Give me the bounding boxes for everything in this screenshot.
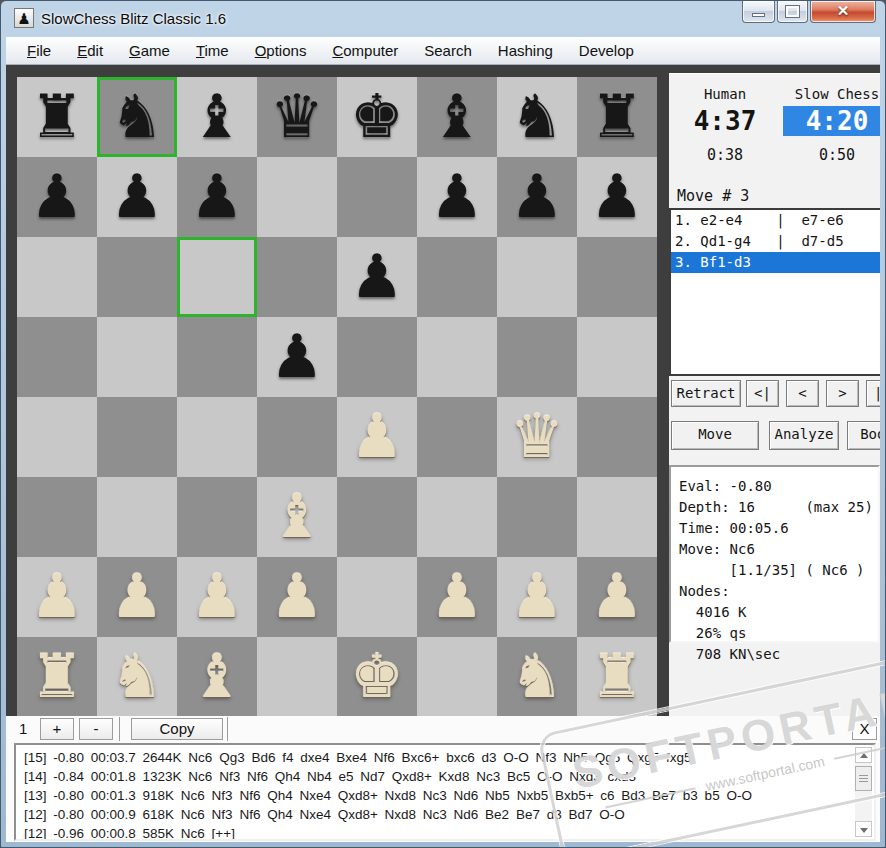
black-pawn[interactable]: ♟ xyxy=(497,157,577,235)
square-a8[interactable]: ♜ xyxy=(17,77,97,157)
square-c8[interactable]: ♝ xyxy=(177,77,257,157)
retract-button[interactable]: Retract xyxy=(671,380,741,407)
square-f6[interactable] xyxy=(417,237,497,317)
analysis-toolbar: 1 + - Copy X xyxy=(6,716,880,742)
square-a4[interactable] xyxy=(17,397,97,477)
square-a1[interactable]: ♜ xyxy=(17,637,97,717)
square-g8[interactable]: ♞ xyxy=(497,77,577,157)
square-e4[interactable]: ♟ xyxy=(337,397,417,477)
square-g2[interactable]: ♟ xyxy=(497,557,577,637)
square-g4[interactable]: ♛ xyxy=(497,397,577,477)
next-move-button[interactable]: > xyxy=(826,380,859,407)
square-f7[interactable]: ♟ xyxy=(417,157,497,237)
square-h5[interactable] xyxy=(577,317,657,397)
square-e1[interactable]: ♚ xyxy=(337,637,417,717)
analysis-close-button[interactable]: X xyxy=(852,718,877,740)
square-a3[interactable] xyxy=(17,477,97,557)
app-icon: ♟ xyxy=(14,8,34,28)
white-queen[interactable]: ♛ xyxy=(497,397,577,475)
analysis-output[interactable]: [15] -0.80 00:03.7 2644K Nc6 Qg3 Bd6 f4 … xyxy=(14,743,876,841)
black-king[interactable]: ♚ xyxy=(337,77,417,155)
square-c7[interactable]: ♟ xyxy=(177,157,257,237)
square-b1[interactable]: ♞ xyxy=(97,637,177,717)
engine-clock-time: 4:20 xyxy=(783,106,880,136)
menu-computer[interactable]: Computer xyxy=(319,37,411,65)
move-row[interactable]: 3. Bf1-d3 xyxy=(671,252,880,273)
analysis-line: [12] -0.96 00:00.8 585K Nc6 [++] xyxy=(16,824,874,841)
black-pawn[interactable]: ♟ xyxy=(337,237,417,315)
white-knight[interactable]: ♞ xyxy=(97,637,177,715)
black-bishop[interactable]: ♝ xyxy=(177,77,257,155)
menu-edit[interactable]: Edit xyxy=(64,37,116,65)
square-e7[interactable] xyxy=(337,157,417,237)
analysis-lines: [15] -0.80 00:03.7 2644K Nc6 Qg3 Bd6 f4 … xyxy=(16,745,874,841)
move-row[interactable]: 2. Qd1-g4 | d7-d5 xyxy=(671,231,880,252)
eval-panel: Eval: -0.80Depth: 16 (max 25)Time: 00:05… xyxy=(669,465,880,643)
square-h4[interactable] xyxy=(577,397,657,477)
square-c1[interactable]: ♝ xyxy=(177,637,257,717)
square-b4[interactable] xyxy=(97,397,177,477)
square-c6[interactable] xyxy=(177,237,257,317)
white-king[interactable]: ♚ xyxy=(337,637,417,715)
menu-options[interactable]: Options xyxy=(242,37,320,65)
eval-line: Time: 00:05.6 xyxy=(679,518,878,539)
square-e5[interactable] xyxy=(337,317,417,397)
white-pawn[interactable]: ♟ xyxy=(577,557,657,635)
copy-button[interactable]: Copy xyxy=(131,718,223,740)
square-e2[interactable] xyxy=(337,557,417,637)
square-b7[interactable]: ♟ xyxy=(97,157,177,237)
white-pawn[interactable]: ♟ xyxy=(257,557,337,635)
black-pawn[interactable]: ♟ xyxy=(257,317,337,395)
square-a7[interactable]: ♟ xyxy=(17,157,97,237)
black-pawn[interactable]: ♟ xyxy=(97,157,177,235)
square-f2[interactable]: ♟ xyxy=(417,557,497,637)
move-button[interactable]: Move xyxy=(671,421,759,450)
black-pawn[interactable]: ♟ xyxy=(417,157,497,235)
white-rook[interactable]: ♜ xyxy=(577,637,657,715)
square-b6[interactable] xyxy=(97,237,177,317)
menu-file[interactable]: File xyxy=(14,37,64,65)
analysis-page-label: 1 xyxy=(19,720,27,737)
square-f8[interactable]: ♝ xyxy=(417,77,497,157)
square-h1[interactable]: ♜ xyxy=(577,637,657,717)
scroll-down-icon[interactable] xyxy=(855,821,872,837)
engine-clock: Slow Chess 4:20 0:50 xyxy=(781,86,880,164)
human-clock: Human 4:37 0:38 xyxy=(669,86,781,164)
white-pawn[interactable]: ♟ xyxy=(337,397,417,475)
app-window: ♟ SlowChess Blitz Classic 1.6 ✕ FileEdit… xyxy=(0,0,886,848)
menu-game[interactable]: Game xyxy=(116,37,183,65)
move-number-label: Move # 3 xyxy=(677,187,749,205)
toolbar-separator xyxy=(119,717,120,741)
black-knight[interactable]: ♞ xyxy=(497,77,577,155)
analysis-line: [12] -0.80 00:00.9 618K Nc6 Nf3 Nf6 Qh4 … xyxy=(16,805,874,824)
square-b3[interactable] xyxy=(97,477,177,557)
square-g6[interactable] xyxy=(497,237,577,317)
eval-line: Depth: 16 (max 25) xyxy=(679,497,878,518)
square-a2[interactable]: ♟ xyxy=(17,557,97,637)
square-f4[interactable] xyxy=(417,397,497,477)
title-bar[interactable]: ♟ SlowChess Blitz Classic 1.6 ✕ xyxy=(1,1,885,37)
square-d5[interactable]: ♟ xyxy=(257,317,337,397)
white-knight[interactable]: ♞ xyxy=(497,637,577,715)
eval-line: 4016 K xyxy=(679,602,878,623)
analysis-line: [13] -0.80 00:01.3 918K Nc6 Nf3 Nf6 Qh4 … xyxy=(16,786,874,805)
analysis-plus-button[interactable]: + xyxy=(40,718,74,740)
human-clock-time: 4:37 xyxy=(669,106,781,136)
square-d4[interactable] xyxy=(257,397,337,477)
square-c5[interactable] xyxy=(177,317,257,397)
black-queen[interactable]: ♛ xyxy=(257,77,337,155)
close-icon: ✕ xyxy=(811,1,875,21)
square-a5[interactable] xyxy=(17,317,97,397)
white-pawn[interactable]: ♟ xyxy=(497,557,577,635)
eval-line: Nodes: xyxy=(679,581,878,602)
window-title: SlowChess Blitz Classic 1.6 xyxy=(41,10,226,27)
engine-clock-subtime: 0:50 xyxy=(781,146,880,164)
white-pawn[interactable]: ♟ xyxy=(97,557,177,635)
black-rook[interactable]: ♜ xyxy=(577,77,657,155)
scroll-up-icon[interactable] xyxy=(855,747,872,763)
white-pawn[interactable]: ♟ xyxy=(417,557,497,635)
eval-line: Move: Nc6 xyxy=(679,539,878,560)
square-f1[interactable] xyxy=(417,637,497,717)
analyze-button[interactable]: Analyze xyxy=(769,421,839,450)
white-pawn[interactable]: ♟ xyxy=(177,557,257,635)
square-b8[interactable]: ♞ xyxy=(97,77,177,157)
square-h2[interactable]: ♟ xyxy=(577,557,657,637)
black-bishop[interactable]: ♝ xyxy=(417,77,497,155)
square-g7[interactable]: ♟ xyxy=(497,157,577,237)
black-pawn[interactable]: ♟ xyxy=(577,157,657,235)
square-c3[interactable] xyxy=(177,477,257,557)
square-g1[interactable]: ♞ xyxy=(497,637,577,717)
scrollbar-thumb[interactable] xyxy=(855,766,872,791)
square-f3[interactable] xyxy=(417,477,497,557)
prev-move-button[interactable]: < xyxy=(786,380,819,407)
square-b5[interactable] xyxy=(97,317,177,397)
right-panel: Human 4:37 0:38 Slow Chess 4:20 0:50 Mov… xyxy=(669,73,880,716)
last-move-button[interactable]: |> xyxy=(866,380,880,407)
square-d1[interactable] xyxy=(257,637,337,717)
white-bishop[interactable]: ♝ xyxy=(257,477,337,555)
menu-bar: FileEditGameTimeOptionsComputerSearchHas… xyxy=(6,37,880,65)
white-pawn[interactable]: ♟ xyxy=(17,557,97,635)
move-list[interactable]: 1. e2-e4 | e7-e62. Qd1-g4 | d7-d53. Bf1-… xyxy=(669,208,880,376)
square-c2[interactable]: ♟ xyxy=(177,557,257,637)
analysis-minus-button[interactable]: - xyxy=(79,718,113,740)
analysis-line: [15] -0.80 00:03.7 2644K Nc6 Qg3 Bd6 f4 … xyxy=(16,745,874,767)
black-pawn[interactable]: ♟ xyxy=(17,157,97,235)
square-h3[interactable] xyxy=(577,477,657,557)
square-h6[interactable] xyxy=(577,237,657,317)
eval-line: 26% qs xyxy=(679,623,878,644)
chess-board[interactable]: ♜♞♝♛♚♝♞♜♟♟♟♟♟♟♟♟♟♛♝♟♟♟♟♟♟♟♜♞♝♚♞♜ xyxy=(17,77,657,717)
book-button[interactable]: Book xyxy=(847,421,880,450)
square-e6[interactable]: ♟ xyxy=(337,237,417,317)
toolbar-separator xyxy=(227,717,228,741)
white-rook[interactable]: ♜ xyxy=(17,637,97,715)
eval-line: [1.1/35] ( Nc6 ) xyxy=(679,560,878,581)
square-h7[interactable]: ♟ xyxy=(577,157,657,237)
menu-search[interactable]: Search xyxy=(411,37,485,65)
square-h8[interactable]: ♜ xyxy=(577,77,657,157)
square-g3[interactable] xyxy=(497,477,577,557)
first-move-button[interactable]: <| xyxy=(746,380,779,407)
menu-hashing[interactable]: Hashing xyxy=(485,37,566,65)
engine-clock-label: Slow Chess xyxy=(781,86,880,102)
minimize-button[interactable] xyxy=(742,1,775,23)
maximize-icon xyxy=(786,6,799,17)
square-f5[interactable] xyxy=(417,317,497,397)
menu-time[interactable]: Time xyxy=(183,37,242,65)
human-clock-subtime: 0:38 xyxy=(669,146,781,164)
move-row[interactable]: 1. e2-e4 | e7-e6 xyxy=(671,210,880,231)
analysis-scrollbar[interactable] xyxy=(855,747,872,837)
clocks: Human 4:37 0:38 Slow Chess 4:20 0:50 xyxy=(669,86,880,164)
eval-line: 708 KN\sec xyxy=(679,644,878,665)
square-d7[interactable] xyxy=(257,157,337,237)
human-clock-label: Human xyxy=(669,86,781,102)
square-b2[interactable]: ♟ xyxy=(97,557,177,637)
square-d8[interactable]: ♛ xyxy=(257,77,337,157)
square-g5[interactable] xyxy=(497,317,577,397)
white-bishop[interactable]: ♝ xyxy=(177,637,257,715)
square-d6[interactable] xyxy=(257,237,337,317)
minimize-icon xyxy=(752,13,765,17)
square-e3[interactable] xyxy=(337,477,417,557)
analysis-line: [14] -0.84 00:01.8 1323K Nc6 Nf3 Nf6 Qh4… xyxy=(16,767,874,786)
square-e8[interactable]: ♚ xyxy=(337,77,417,157)
client-area: ♜♞♝♛♚♝♞♜♟♟♟♟♟♟♟♟♟♛♝♟♟♟♟♟♟♟♜♞♝♚♞♜ Human 4… xyxy=(6,65,880,842)
black-pawn[interactable]: ♟ xyxy=(177,157,257,235)
square-d3[interactable]: ♝ xyxy=(257,477,337,557)
square-d2[interactable]: ♟ xyxy=(257,557,337,637)
black-rook[interactable]: ♜ xyxy=(17,77,97,155)
square-c4[interactable] xyxy=(177,397,257,477)
eval-line: Eval: -0.80 xyxy=(679,476,878,497)
maximize-button[interactable] xyxy=(777,1,808,23)
menu-develop[interactable]: Develop xyxy=(566,37,647,65)
square-a6[interactable] xyxy=(17,237,97,317)
analysis-panel: 1 + - Copy X [15] -0.80 00:03.7 2644K Nc… xyxy=(6,716,880,842)
close-button[interactable]: ✕ xyxy=(810,1,876,23)
black-knight[interactable]: ♞ xyxy=(97,77,177,155)
